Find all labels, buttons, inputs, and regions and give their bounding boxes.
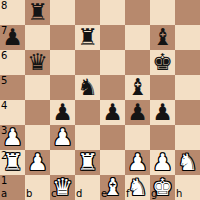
square-h7[interactable]: [175, 25, 200, 50]
rank-label-1: 1: [1, 176, 7, 186]
square-g1[interactable]: g♚: [150, 175, 175, 200]
square-b3[interactable]: [25, 125, 50, 150]
square-b6[interactable]: ♛: [25, 50, 50, 75]
square-d2[interactable]: ♜: [75, 150, 100, 175]
square-d3[interactable]: [75, 125, 100, 150]
file-label-b: b: [26, 189, 32, 199]
square-h3[interactable]: [175, 125, 200, 150]
piece-black-pawn-g4[interactable]: ♟: [150, 100, 175, 125]
piece-black-pawn-e4[interactable]: ♟: [100, 100, 125, 125]
file-label-h: h: [176, 189, 182, 199]
square-c1[interactable]: c♛: [50, 175, 75, 200]
square-a4[interactable]: 4: [0, 100, 25, 125]
square-e2[interactable]: [100, 150, 125, 175]
piece-white-rook-a2[interactable]: ♜: [0, 150, 25, 175]
piece-black-bishop-g7[interactable]: ♝: [150, 25, 175, 50]
square-d1[interactable]: d: [75, 175, 100, 200]
square-g2[interactable]: ♟: [150, 150, 175, 175]
rank-label-4: 4: [1, 101, 7, 111]
rank-label-6: 6: [1, 51, 7, 61]
piece-black-king-g6[interactable]: ♚: [150, 50, 175, 75]
square-e3[interactable]: [100, 125, 125, 150]
square-g3[interactable]: [150, 125, 175, 150]
piece-white-pawn-c3[interactable]: ♟: [50, 125, 75, 150]
square-a6[interactable]: 6: [0, 50, 25, 75]
square-f8[interactable]: [125, 0, 150, 25]
square-h2[interactable]: ♞: [175, 150, 200, 175]
file-label-a: a: [1, 189, 7, 199]
square-f6[interactable]: [125, 50, 150, 75]
square-b1[interactable]: b: [25, 175, 50, 200]
square-c6[interactable]: [50, 50, 75, 75]
square-a7[interactable]: 7♟: [0, 25, 25, 50]
rank-label-8: 8: [1, 1, 7, 11]
piece-black-pawn-a7[interactable]: ♟: [0, 25, 25, 50]
square-d4[interactable]: [75, 100, 100, 125]
piece-white-pawn-g2[interactable]: ♟: [150, 150, 175, 175]
piece-white-rook-d2[interactable]: ♜: [75, 150, 100, 175]
square-b5[interactable]: [25, 75, 50, 100]
square-c3[interactable]: ♟: [50, 125, 75, 150]
square-d7[interactable]: ♜: [75, 25, 100, 50]
square-c4[interactable]: ♟: [50, 100, 75, 125]
file-label-d: d: [76, 189, 82, 199]
piece-white-king-g1[interactable]: ♚: [150, 175, 175, 200]
piece-white-knight-h2[interactable]: ♞: [175, 150, 200, 175]
square-c7[interactable]: [50, 25, 75, 50]
square-b2[interactable]: ♟: [25, 150, 50, 175]
piece-black-queen-b6[interactable]: ♛: [25, 50, 50, 75]
piece-black-rook-d7[interactable]: ♜: [75, 25, 100, 50]
piece-black-pawn-f4[interactable]: ♟: [125, 100, 150, 125]
piece-black-pawn-c4[interactable]: ♟: [50, 100, 75, 125]
square-h6[interactable]: [175, 50, 200, 75]
square-d6[interactable]: [75, 50, 100, 75]
piece-black-bishop-f5[interactable]: ♝: [125, 75, 150, 100]
square-a5[interactable]: 5: [0, 75, 25, 100]
square-b8[interactable]: ♜: [25, 0, 50, 25]
chess-board: 8♜7♟♜♝6♛♚5♞♝4♟♟♟♟3♟♟2♜♟♜♟♟♞1abc♛de♝f♞g♚h: [0, 0, 200, 200]
square-g5[interactable]: [150, 75, 175, 100]
square-e5[interactable]: [100, 75, 125, 100]
square-g6[interactable]: ♚: [150, 50, 175, 75]
square-f2[interactable]: ♟: [125, 150, 150, 175]
square-a1[interactable]: 1a: [0, 175, 25, 200]
square-e4[interactable]: ♟: [100, 100, 125, 125]
square-b7[interactable]: [25, 25, 50, 50]
square-g8[interactable]: [150, 0, 175, 25]
square-d5[interactable]: ♞: [75, 75, 100, 100]
piece-white-pawn-b2[interactable]: ♟: [25, 150, 50, 175]
square-e6[interactable]: [100, 50, 125, 75]
square-a8[interactable]: 8: [0, 0, 25, 25]
square-c2[interactable]: [50, 150, 75, 175]
square-f3[interactable]: [125, 125, 150, 150]
square-h8[interactable]: [175, 0, 200, 25]
square-a3[interactable]: 3♟: [0, 125, 25, 150]
square-h1[interactable]: h: [175, 175, 200, 200]
square-h5[interactable]: [175, 75, 200, 100]
square-e1[interactable]: e♝: [100, 175, 125, 200]
piece-white-pawn-f2[interactable]: ♟: [125, 150, 150, 175]
square-f4[interactable]: ♟: [125, 100, 150, 125]
square-f1[interactable]: f♞: [125, 175, 150, 200]
square-d8[interactable]: [75, 0, 100, 25]
square-g4[interactable]: ♟: [150, 100, 175, 125]
square-a2[interactable]: 2♜: [0, 150, 25, 175]
piece-white-queen-c1[interactable]: ♛: [50, 175, 75, 200]
square-h4[interactable]: [175, 100, 200, 125]
square-g7[interactable]: ♝: [150, 25, 175, 50]
piece-white-knight-f1[interactable]: ♞: [125, 175, 150, 200]
square-c8[interactable]: [50, 0, 75, 25]
square-f7[interactable]: [125, 25, 150, 50]
square-e7[interactable]: [100, 25, 125, 50]
piece-black-knight-d5[interactable]: ♞: [75, 75, 100, 100]
piece-black-rook-b8[interactable]: ♜: [25, 0, 50, 25]
square-b4[interactable]: [25, 100, 50, 125]
square-f5[interactable]: ♝: [125, 75, 150, 100]
square-c5[interactable]: [50, 75, 75, 100]
piece-white-bishop-e1[interactable]: ♝: [100, 175, 125, 200]
rank-label-5: 5: [1, 76, 7, 86]
square-e8[interactable]: [100, 0, 125, 25]
piece-white-pawn-a3[interactable]: ♟: [0, 125, 25, 150]
